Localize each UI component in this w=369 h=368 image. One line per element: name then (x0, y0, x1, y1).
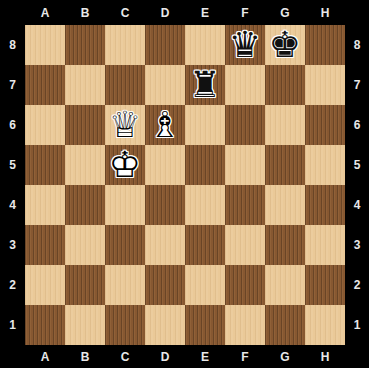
square-e8[interactable] (185, 25, 225, 65)
square-f8[interactable]: ♛ (225, 25, 265, 65)
square-b7[interactable] (65, 65, 105, 105)
square-b8[interactable] (65, 25, 105, 65)
square-h7[interactable] (305, 65, 345, 105)
file-label-g-top: G (265, 0, 305, 25)
rank-label-3-right: 3 (345, 225, 369, 265)
square-g7[interactable] (265, 65, 305, 105)
square-f6[interactable] (225, 105, 265, 145)
rank-label-8-right: 8 (345, 25, 369, 65)
rank-label-1-right: 1 (345, 305, 369, 345)
square-f3[interactable] (225, 225, 265, 265)
rank-label-7-left: 7 (0, 65, 25, 105)
square-f1[interactable] (225, 305, 265, 345)
square-a7[interactable] (25, 65, 65, 105)
square-b3[interactable] (65, 225, 105, 265)
square-d8[interactable] (145, 25, 185, 65)
square-c4[interactable] (105, 185, 145, 225)
square-g6[interactable] (265, 105, 305, 145)
square-c7[interactable] (105, 65, 145, 105)
rank-label-1-left: 1 (0, 305, 25, 345)
file-label-e-bottom: E (185, 345, 225, 368)
square-e2[interactable] (185, 265, 225, 305)
file-label-b-top: B (65, 0, 105, 25)
rank-label-8-left: 8 (0, 25, 25, 65)
square-h4[interactable] (305, 185, 345, 225)
square-d7[interactable] (145, 65, 185, 105)
chess-board-window: ABCDEFGH 87654321 ♛♚♜♛♕♝♗♚♔ 87654321 ABC… (0, 0, 369, 368)
square-e4[interactable] (185, 185, 225, 225)
square-c6[interactable]: ♛♕ (105, 105, 145, 145)
square-a5[interactable] (25, 145, 65, 185)
file-labels-bottom: ABCDEFGH (25, 345, 345, 368)
square-c2[interactable] (105, 265, 145, 305)
white-king[interactable]: ♚♔ (105, 145, 145, 185)
square-d6[interactable]: ♝♗ (145, 105, 185, 145)
rank-label-6-left: 6 (0, 105, 25, 145)
rank-label-3-left: 3 (0, 225, 25, 265)
white-king-outline: ♔ (105, 145, 145, 185)
square-h5[interactable] (305, 145, 345, 185)
board: ♛♚♜♛♕♝♗♚♔ (25, 25, 345, 345)
square-h3[interactable] (305, 225, 345, 265)
file-label-c-top: C (105, 0, 145, 25)
rank-label-5-left: 5 (0, 145, 25, 185)
file-label-a-top: A (25, 0, 65, 25)
square-e6[interactable] (185, 105, 225, 145)
rank-label-4-right: 4 (345, 185, 369, 225)
square-b4[interactable] (65, 185, 105, 225)
square-a6[interactable] (25, 105, 65, 145)
white-queen[interactable]: ♛♕ (105, 105, 145, 145)
square-c3[interactable] (105, 225, 145, 265)
rank-label-2-right: 2 (345, 265, 369, 305)
white-bishop-outline: ♗ (145, 105, 185, 145)
rank-label-6-right: 6 (345, 105, 369, 145)
rank-label-4-left: 4 (0, 185, 25, 225)
black-king[interactable]: ♚ (265, 25, 305, 65)
file-label-h-top: H (305, 0, 345, 25)
file-label-d-bottom: D (145, 345, 185, 368)
square-g4[interactable] (265, 185, 305, 225)
square-d3[interactable] (145, 225, 185, 265)
square-g5[interactable] (265, 145, 305, 185)
file-label-g-bottom: G (265, 345, 305, 368)
square-c5[interactable]: ♚♔ (105, 145, 145, 185)
square-e5[interactable] (185, 145, 225, 185)
square-a1[interactable] (25, 305, 65, 345)
file-label-a-bottom: A (25, 345, 65, 368)
black-rook[interactable]: ♜ (185, 65, 225, 105)
rank-label-7-right: 7 (345, 65, 369, 105)
square-a2[interactable] (25, 265, 65, 305)
white-bishop[interactable]: ♝♗ (145, 105, 185, 145)
square-d1[interactable] (145, 305, 185, 345)
square-d4[interactable] (145, 185, 185, 225)
file-label-f-top: F (225, 0, 265, 25)
square-f4[interactable] (225, 185, 265, 225)
square-b2[interactable] (65, 265, 105, 305)
white-queen-outline: ♕ (105, 105, 145, 145)
square-d5[interactable] (145, 145, 185, 185)
square-g2[interactable] (265, 265, 305, 305)
square-a3[interactable] (25, 225, 65, 265)
rank-label-5-right: 5 (345, 145, 369, 185)
square-b5[interactable] (65, 145, 105, 185)
file-label-h-bottom: H (305, 345, 345, 368)
file-label-b-bottom: B (65, 345, 105, 368)
file-labels-top: ABCDEFGH (25, 0, 345, 25)
square-a4[interactable] (25, 185, 65, 225)
file-label-c-bottom: C (105, 345, 145, 368)
rank-labels-right: 87654321 (345, 25, 369, 345)
square-h8[interactable] (305, 25, 345, 65)
square-h1[interactable] (305, 305, 345, 345)
square-g3[interactable] (265, 225, 305, 265)
file-label-d-top: D (145, 0, 185, 25)
square-h2[interactable] (305, 265, 345, 305)
black-queen[interactable]: ♛ (225, 25, 265, 65)
file-label-e-top: E (185, 0, 225, 25)
square-f7[interactable] (225, 65, 265, 105)
square-a8[interactable] (25, 25, 65, 65)
square-e7[interactable]: ♜ (185, 65, 225, 105)
square-f5[interactable] (225, 145, 265, 185)
rank-labels-left: 87654321 (0, 25, 25, 345)
square-b6[interactable] (65, 105, 105, 145)
square-g1[interactable] (265, 305, 305, 345)
square-g8[interactable]: ♚ (265, 25, 305, 65)
square-c8[interactable] (105, 25, 145, 65)
square-d2[interactable] (145, 265, 185, 305)
square-b1[interactable] (65, 305, 105, 345)
file-label-f-bottom: F (225, 345, 265, 368)
rank-label-2-left: 2 (0, 265, 25, 305)
square-e3[interactable] (185, 225, 225, 265)
square-c1[interactable] (105, 305, 145, 345)
square-h6[interactable] (305, 105, 345, 145)
square-f2[interactable] (225, 265, 265, 305)
square-e1[interactable] (185, 305, 225, 345)
